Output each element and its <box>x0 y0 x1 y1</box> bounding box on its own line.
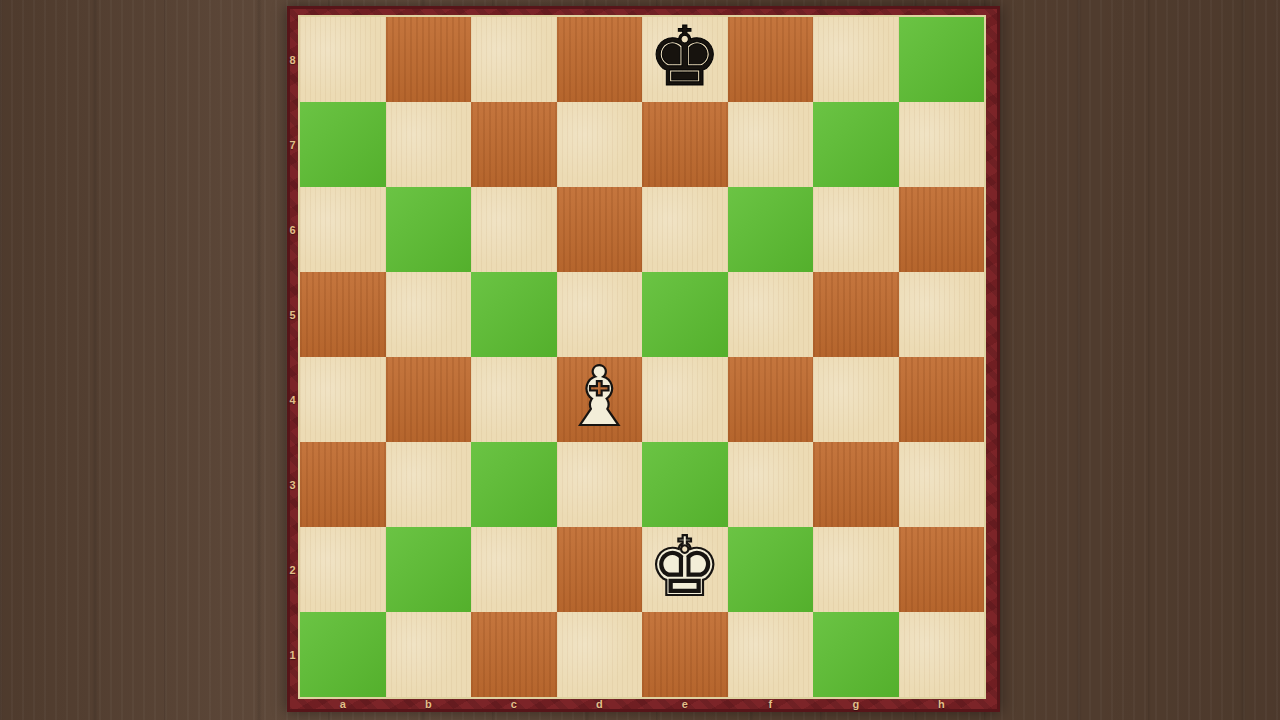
square-b6[interactable] <box>386 187 472 272</box>
square-e4[interactable] <box>642 357 728 442</box>
file-label-b: b <box>386 697 472 710</box>
board-frame: ♚♝♚ <box>298 15 986 699</box>
square-e8[interactable]: ♚ <box>642 17 728 102</box>
square-c7[interactable] <box>471 102 557 187</box>
file-label-g: g <box>813 697 899 710</box>
rank-label-2: 2 <box>287 527 298 612</box>
chess-board: 87654321 ♚♝♚ abcdefgh <box>287 6 1000 712</box>
square-g8[interactable] <box>813 17 899 102</box>
square-f1[interactable] <box>728 612 814 697</box>
square-f7[interactable] <box>728 102 814 187</box>
rank-label-3: 3 <box>287 442 298 527</box>
square-e1[interactable] <box>642 612 728 697</box>
square-g6[interactable] <box>813 187 899 272</box>
square-f2[interactable] <box>728 527 814 612</box>
file-label-h: h <box>899 697 985 710</box>
rank-labels: 87654321 <box>287 17 298 697</box>
square-c8[interactable] <box>471 17 557 102</box>
square-h4[interactable] <box>899 357 985 442</box>
square-d3[interactable] <box>557 442 643 527</box>
board-grid: ♚♝♚ <box>300 17 984 697</box>
rank-label-4: 4 <box>287 357 298 442</box>
square-g2[interactable] <box>813 527 899 612</box>
square-b1[interactable] <box>386 612 472 697</box>
file-label-f: f <box>728 697 814 710</box>
square-e6[interactable] <box>642 187 728 272</box>
square-d2[interactable] <box>557 527 643 612</box>
white-bishop-piece[interactable]: ♝ <box>562 354 636 439</box>
square-a6[interactable] <box>300 187 386 272</box>
square-h6[interactable] <box>899 187 985 272</box>
square-c4[interactable] <box>471 357 557 442</box>
square-d5[interactable] <box>557 272 643 357</box>
square-h2[interactable] <box>899 527 985 612</box>
rank-label-1: 1 <box>287 612 298 697</box>
rank-label-6: 6 <box>287 187 298 272</box>
square-c6[interactable] <box>471 187 557 272</box>
square-e7[interactable] <box>642 102 728 187</box>
file-label-d: d <box>557 697 643 710</box>
square-b8[interactable] <box>386 17 472 102</box>
square-f3[interactable] <box>728 442 814 527</box>
black-king-piece[interactable]: ♚ <box>648 14 722 99</box>
square-g5[interactable] <box>813 272 899 357</box>
square-g1[interactable] <box>813 612 899 697</box>
rank-label-8: 8 <box>287 17 298 102</box>
square-b5[interactable] <box>386 272 472 357</box>
file-labels: abcdefgh <box>300 697 984 710</box>
square-a7[interactable] <box>300 102 386 187</box>
square-d6[interactable] <box>557 187 643 272</box>
white-king-piece[interactable]: ♚ <box>648 524 722 609</box>
square-f8[interactable] <box>728 17 814 102</box>
square-a1[interactable] <box>300 612 386 697</box>
square-a3[interactable] <box>300 442 386 527</box>
square-c3[interactable] <box>471 442 557 527</box>
square-f4[interactable] <box>728 357 814 442</box>
square-c5[interactable] <box>471 272 557 357</box>
square-h5[interactable] <box>899 272 985 357</box>
square-b7[interactable] <box>386 102 472 187</box>
square-f5[interactable] <box>728 272 814 357</box>
file-label-c: c <box>471 697 557 710</box>
square-h3[interactable] <box>899 442 985 527</box>
square-a5[interactable] <box>300 272 386 357</box>
square-d4[interactable]: ♝ <box>557 357 643 442</box>
square-g3[interactable] <box>813 442 899 527</box>
square-d7[interactable] <box>557 102 643 187</box>
square-g7[interactable] <box>813 102 899 187</box>
square-b3[interactable] <box>386 442 472 527</box>
square-a8[interactable] <box>300 17 386 102</box>
square-b4[interactable] <box>386 357 472 442</box>
square-g4[interactable] <box>813 357 899 442</box>
square-d1[interactable] <box>557 612 643 697</box>
file-label-a: a <box>300 697 386 710</box>
rank-label-5: 5 <box>287 272 298 357</box>
rank-label-7: 7 <box>287 102 298 187</box>
square-h8[interactable] <box>899 17 985 102</box>
square-e3[interactable] <box>642 442 728 527</box>
file-label-e: e <box>642 697 728 710</box>
square-h1[interactable] <box>899 612 985 697</box>
square-d8[interactable] <box>557 17 643 102</box>
square-e2[interactable]: ♚ <box>642 527 728 612</box>
square-a2[interactable] <box>300 527 386 612</box>
square-c1[interactable] <box>471 612 557 697</box>
square-h7[interactable] <box>899 102 985 187</box>
square-e5[interactable] <box>642 272 728 357</box>
square-c2[interactable] <box>471 527 557 612</box>
square-b2[interactable] <box>386 527 472 612</box>
square-f6[interactable] <box>728 187 814 272</box>
square-a4[interactable] <box>300 357 386 442</box>
